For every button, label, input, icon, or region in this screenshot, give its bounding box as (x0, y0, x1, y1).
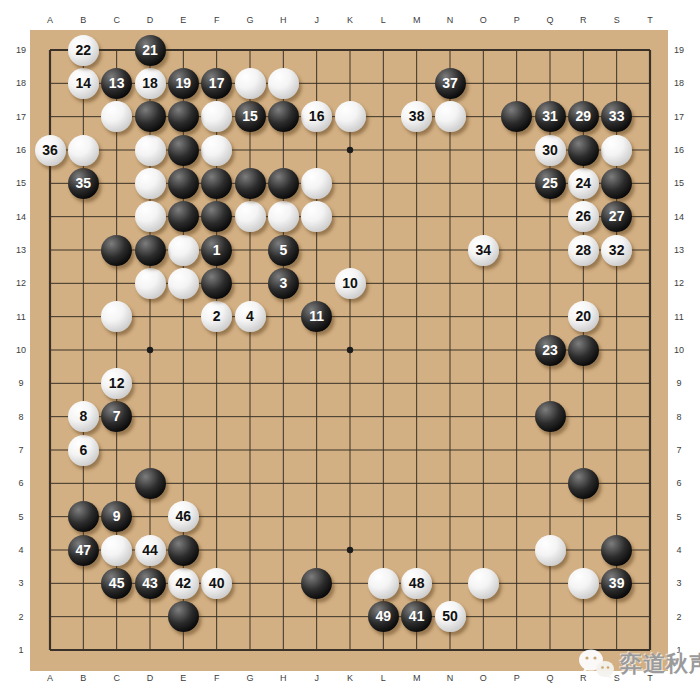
stone-E2 (168, 601, 199, 632)
col-label-bottom-J: J (314, 674, 319, 683)
move-number: 48 (401, 568, 432, 599)
stone-J15 (301, 168, 332, 199)
col-label-top-Q: Q (546, 16, 553, 25)
stone-D17 (135, 101, 166, 132)
stone-M17: 38 (401, 101, 432, 132)
row-label-left-18: 18 (16, 79, 26, 88)
move-number: 14 (68, 68, 99, 99)
move-number: 26 (568, 201, 599, 232)
stone-O3 (468, 568, 499, 599)
row-label-right-5: 5 (676, 512, 681, 521)
move-number: 34 (468, 235, 499, 266)
move-number: 6 (68, 435, 99, 466)
stone-Q15: 25 (535, 168, 566, 199)
row-label-left-13: 13 (16, 246, 26, 255)
row-label-right-11: 11 (674, 312, 683, 321)
col-label-bottom-P: P (514, 674, 520, 683)
col-label-top-E: E (180, 16, 186, 25)
row-label-right-17: 17 (674, 112, 684, 121)
stone-B5 (68, 501, 99, 532)
move-number: 42 (168, 568, 199, 599)
stone-G15 (235, 168, 266, 199)
move-number: 37 (435, 68, 466, 99)
move-number: 2 (201, 301, 232, 332)
stone-B18: 14 (68, 68, 99, 99)
stone-M2: 41 (401, 601, 432, 632)
col-label-bottom-L: L (381, 674, 386, 683)
move-number: 12 (101, 368, 132, 399)
move-number: 20 (568, 301, 599, 332)
stone-E13 (168, 235, 199, 266)
stone-N17 (435, 101, 466, 132)
move-number: 33 (601, 101, 632, 132)
move-number: 11 (301, 301, 332, 332)
stone-F3: 40 (201, 568, 232, 599)
col-label-top-L: L (381, 16, 386, 25)
stone-R6 (568, 468, 599, 499)
col-label-bottom-K: K (347, 674, 353, 683)
move-number: 49 (368, 601, 399, 632)
stone-C3: 45 (101, 568, 132, 599)
stone-R13: 28 (568, 235, 599, 266)
col-label-bottom-M: M (413, 674, 421, 683)
stone-F15 (201, 168, 232, 199)
move-number: 24 (568, 168, 599, 199)
watermark: 弈道秋声 (576, 646, 700, 682)
move-number: 31 (535, 101, 566, 132)
stone-S14: 27 (601, 201, 632, 232)
col-label-top-M: M (413, 16, 421, 25)
wechat-icon (576, 646, 616, 682)
stone-H18 (268, 68, 299, 99)
col-label-top-S: S (614, 16, 620, 25)
move-number: 22 (68, 35, 99, 66)
stone-G11: 4 (235, 301, 266, 332)
move-number: 36 (35, 135, 66, 166)
stone-B7: 6 (68, 435, 99, 466)
move-number: 27 (601, 201, 632, 232)
go-diagram: AABBCCDDEEFFGGHHJJKKLLMMNNOOPPQQRRSSTT19… (0, 0, 700, 700)
stone-D16 (135, 135, 166, 166)
move-number: 50 (435, 601, 466, 632)
col-label-top-P: P (514, 16, 520, 25)
col-label-bottom-D: D (147, 674, 154, 683)
row-label-left-7: 7 (18, 446, 23, 455)
move-number: 9 (101, 501, 132, 532)
move-number: 10 (335, 268, 366, 299)
move-number: 16 (301, 101, 332, 132)
stone-G14 (235, 201, 266, 232)
move-number: 40 (201, 568, 232, 599)
move-number: 39 (601, 568, 632, 599)
stone-R3 (568, 568, 599, 599)
stone-C8: 7 (101, 401, 132, 432)
col-label-top-C: C (113, 16, 120, 25)
stone-B15: 35 (68, 168, 99, 199)
col-label-top-K: K (347, 16, 353, 25)
col-label-top-F: F (214, 16, 220, 25)
stone-D12 (135, 268, 166, 299)
move-number: 30 (535, 135, 566, 166)
stone-K12: 10 (335, 268, 366, 299)
stone-J11: 11 (301, 301, 332, 332)
move-number: 38 (401, 101, 432, 132)
stone-S3: 39 (601, 568, 632, 599)
col-label-top-N: N (447, 16, 454, 25)
move-number: 32 (601, 235, 632, 266)
row-label-right-19: 19 (674, 46, 684, 55)
move-number: 41 (401, 601, 432, 632)
stone-Q8 (535, 401, 566, 432)
stone-N18: 37 (435, 68, 466, 99)
col-label-top-J: J (314, 16, 319, 25)
stone-F11: 2 (201, 301, 232, 332)
col-label-top-O: O (480, 16, 487, 25)
stone-J3 (301, 568, 332, 599)
row-label-right-13: 13 (674, 246, 684, 255)
move-number: 28 (568, 235, 599, 266)
move-number: 5 (268, 235, 299, 266)
move-number: 3 (268, 268, 299, 299)
stone-C9: 12 (101, 368, 132, 399)
stone-S16 (601, 135, 632, 166)
move-number: 4 (235, 301, 266, 332)
stone-D4: 44 (135, 535, 166, 566)
stone-L3 (368, 568, 399, 599)
stone-D3: 43 (135, 568, 166, 599)
row-label-left-16: 16 (16, 146, 26, 155)
stone-D19: 21 (135, 35, 166, 66)
row-label-left-17: 17 (16, 112, 26, 121)
stone-H17 (268, 101, 299, 132)
stone-C5: 9 (101, 501, 132, 532)
row-label-left-1: 1 (18, 646, 23, 655)
move-number: 19 (168, 68, 199, 99)
col-label-bottom-A: A (47, 674, 53, 683)
row-label-right-4: 4 (676, 546, 681, 555)
row-label-right-12: 12 (674, 279, 684, 288)
stone-E4 (168, 535, 199, 566)
col-label-bottom-C: C (113, 674, 120, 683)
stone-E5: 46 (168, 501, 199, 532)
row-label-left-6: 6 (18, 479, 23, 488)
stone-H13: 5 (268, 235, 299, 266)
row-label-right-16: 16 (674, 146, 684, 155)
col-label-bottom-N: N (447, 674, 454, 683)
row-label-right-14: 14 (674, 212, 684, 221)
watermark-text: 弈道秋声 (620, 649, 700, 679)
stone-B19: 22 (68, 35, 99, 66)
col-label-top-R: R (580, 16, 587, 25)
move-number: 47 (68, 535, 99, 566)
stone-E17 (168, 101, 199, 132)
stone-G17: 15 (235, 101, 266, 132)
stone-F18: 17 (201, 68, 232, 99)
col-label-bottom-E: E (180, 674, 186, 683)
stone-B8: 8 (68, 401, 99, 432)
row-label-right-9: 9 (676, 379, 681, 388)
stone-Q16: 30 (535, 135, 566, 166)
stone-F16 (201, 135, 232, 166)
stone-H15 (268, 168, 299, 199)
stone-R16 (568, 135, 599, 166)
col-label-top-T: T (647, 16, 653, 25)
move-number: 25 (535, 168, 566, 199)
move-number: 44 (135, 535, 166, 566)
stone-R17: 29 (568, 101, 599, 132)
stone-F12 (201, 268, 232, 299)
stone-D14 (135, 201, 166, 232)
stone-S4 (601, 535, 632, 566)
stone-E18: 19 (168, 68, 199, 99)
stone-G18 (235, 68, 266, 99)
stone-N2: 50 (435, 601, 466, 632)
stone-R15: 24 (568, 168, 599, 199)
row-label-left-3: 3 (18, 579, 23, 588)
stone-H14 (268, 201, 299, 232)
move-number: 29 (568, 101, 599, 132)
row-label-right-2: 2 (676, 612, 681, 621)
row-label-right-10: 10 (674, 346, 684, 355)
stone-S15 (601, 168, 632, 199)
col-label-bottom-B: B (80, 674, 86, 683)
stone-Q4 (535, 535, 566, 566)
stone-B4: 47 (68, 535, 99, 566)
stone-E3: 42 (168, 568, 199, 599)
row-label-left-15: 15 (16, 179, 26, 188)
stone-C13 (101, 235, 132, 266)
row-label-right-6: 6 (676, 479, 681, 488)
stone-E12 (168, 268, 199, 299)
stone-Q10: 23 (535, 335, 566, 366)
row-label-right-18: 18 (674, 79, 684, 88)
stone-D18: 18 (135, 68, 166, 99)
row-label-left-19: 19 (16, 46, 26, 55)
stone-O13: 34 (468, 235, 499, 266)
stone-C4 (101, 535, 132, 566)
row-label-right-3: 3 (676, 579, 681, 588)
stone-Q17: 31 (535, 101, 566, 132)
move-number: 35 (68, 168, 99, 199)
move-number: 17 (201, 68, 232, 99)
stone-D13 (135, 235, 166, 266)
stone-R11: 20 (568, 301, 599, 332)
stone-R10 (568, 335, 599, 366)
col-label-bottom-H: H (280, 674, 287, 683)
row-label-right-8: 8 (676, 412, 681, 421)
stone-C18: 13 (101, 68, 132, 99)
col-label-bottom-G: G (246, 674, 253, 683)
row-label-left-11: 11 (16, 312, 25, 321)
row-label-left-2: 2 (18, 612, 23, 621)
move-number: 43 (135, 568, 166, 599)
move-number: 7 (101, 401, 132, 432)
row-label-left-8: 8 (18, 412, 23, 421)
col-label-top-G: G (246, 16, 253, 25)
col-label-top-B: B (80, 16, 86, 25)
stone-M3: 48 (401, 568, 432, 599)
stone-J17: 16 (301, 101, 332, 132)
stone-H12: 3 (268, 268, 299, 299)
col-label-top-D: D (147, 16, 154, 25)
row-label-left-4: 4 (18, 546, 23, 555)
row-label-right-7: 7 (676, 446, 681, 455)
stone-F13: 1 (201, 235, 232, 266)
row-label-right-15: 15 (674, 179, 684, 188)
stone-R14: 26 (568, 201, 599, 232)
move-number: 45 (101, 568, 132, 599)
stone-S17: 33 (601, 101, 632, 132)
row-label-left-14: 14 (16, 212, 26, 221)
stone-E15 (168, 168, 199, 199)
col-label-bottom-Q: Q (546, 674, 553, 683)
col-label-bottom-O: O (480, 674, 487, 683)
stone-B16 (68, 135, 99, 166)
stone-L2: 49 (368, 601, 399, 632)
move-number: 21 (135, 35, 166, 66)
row-label-left-12: 12 (16, 279, 26, 288)
stone-K17 (335, 101, 366, 132)
move-number: 46 (168, 501, 199, 532)
col-label-top-H: H (280, 16, 287, 25)
row-label-left-10: 10 (16, 346, 26, 355)
row-label-left-9: 9 (18, 379, 23, 388)
stone-D6 (135, 468, 166, 499)
move-number: 8 (68, 401, 99, 432)
move-number: 15 (235, 101, 266, 132)
col-label-top-A: A (47, 16, 53, 25)
col-label-bottom-F: F (214, 674, 220, 683)
move-number: 1 (201, 235, 232, 266)
move-number: 23 (535, 335, 566, 366)
move-number: 13 (101, 68, 132, 99)
row-label-left-5: 5 (18, 512, 23, 521)
stone-E14 (168, 201, 199, 232)
stone-S13: 32 (601, 235, 632, 266)
stone-A16: 36 (35, 135, 66, 166)
stone-E16 (168, 135, 199, 166)
stone-D15 (135, 168, 166, 199)
move-number: 18 (135, 68, 166, 99)
